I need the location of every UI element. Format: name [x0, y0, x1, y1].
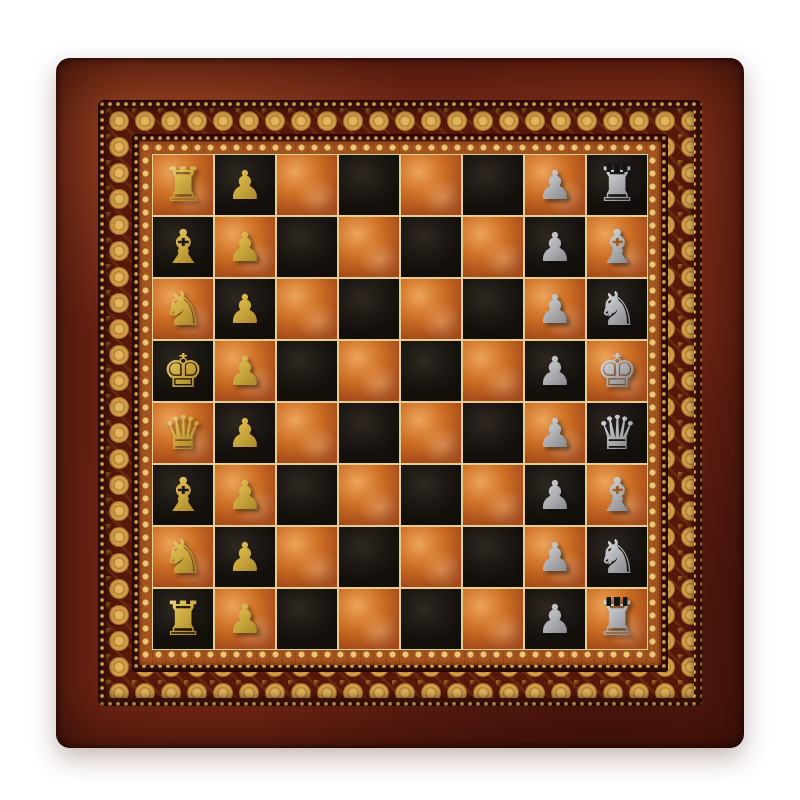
- inner-bead-border: ♜♟♟♜♝♟♟♝♞♟♟♞♚♟♟♚♛♟♟♛♝♟♟♝♞♟♟♞♜♟♟♜: [132, 134, 668, 672]
- square-c2[interactable]: ♟: [215, 279, 275, 339]
- square-e1[interactable]: ♛: [153, 403, 213, 463]
- square-b5[interactable]: [401, 217, 461, 277]
- white-pawn[interactable]: ♟: [215, 527, 275, 587]
- white-knight[interactable]: ♞: [153, 279, 213, 339]
- square-g2[interactable]: ♟: [215, 527, 275, 587]
- white-pawn[interactable]: ♟: [215, 279, 275, 339]
- white-king[interactable]: ♚: [153, 341, 213, 401]
- square-c1[interactable]: ♞: [153, 279, 213, 339]
- gold-stamp-border: ♜♟♟♜♝♟♟♝♞♟♟♞♚♟♟♚♛♟♟♛♝♟♟♝♞♟♟♞♜♟♟♜: [139, 141, 661, 665]
- white-bishop[interactable]: ♝: [153, 217, 213, 277]
- square-f5[interactable]: [401, 465, 461, 525]
- square-a8[interactable]: ♜: [587, 155, 647, 215]
- black-knight[interactable]: ♞: [587, 527, 647, 587]
- square-d7[interactable]: ♟: [525, 341, 585, 401]
- black-rook[interactable]: ♜: [587, 589, 647, 649]
- square-b2[interactable]: ♟: [215, 217, 275, 277]
- square-b4[interactable]: [339, 217, 399, 277]
- square-h3[interactable]: [277, 589, 337, 649]
- white-rook[interactable]: ♜: [153, 155, 213, 215]
- square-g4[interactable]: [339, 527, 399, 587]
- black-rook-top: [607, 163, 628, 172]
- square-a7[interactable]: ♟: [525, 155, 585, 215]
- square-e3[interactable]: [277, 403, 337, 463]
- square-f4[interactable]: [339, 465, 399, 525]
- square-a2[interactable]: ♟: [215, 155, 275, 215]
- square-c5[interactable]: [401, 279, 461, 339]
- square-a6[interactable]: [463, 155, 523, 215]
- square-b8[interactable]: ♝: [587, 217, 647, 277]
- black-pawn[interactable]: ♟: [525, 589, 585, 649]
- square-f1[interactable]: ♝: [153, 465, 213, 525]
- black-rook[interactable]: ♜: [587, 155, 647, 215]
- square-h2[interactable]: ♟: [215, 589, 275, 649]
- square-b6[interactable]: [463, 217, 523, 277]
- square-d3[interactable]: [277, 341, 337, 401]
- square-a4[interactable]: [339, 155, 399, 215]
- square-a3[interactable]: [277, 155, 337, 215]
- square-d8[interactable]: ♚: [587, 341, 647, 401]
- square-h4[interactable]: [339, 589, 399, 649]
- black-king[interactable]: ♚: [587, 341, 647, 401]
- square-f2[interactable]: ♟: [215, 465, 275, 525]
- square-g3[interactable]: [277, 527, 337, 587]
- black-bishop[interactable]: ♝: [587, 217, 647, 277]
- square-e4[interactable]: [339, 403, 399, 463]
- square-a1[interactable]: ♜: [153, 155, 213, 215]
- white-pawn[interactable]: ♟: [215, 341, 275, 401]
- square-d2[interactable]: ♟: [215, 341, 275, 401]
- square-g1[interactable]: ♞: [153, 527, 213, 587]
- square-f3[interactable]: [277, 465, 337, 525]
- square-g8[interactable]: ♞: [587, 527, 647, 587]
- chess-board: ♜♟♟♜♝♟♟♝♞♟♟♞♚♟♟♚♛♟♟♛♝♟♟♝♞♟♟♞♜♟♟♜: [152, 154, 648, 650]
- square-b3[interactable]: [277, 217, 337, 277]
- black-pawn[interactable]: ♟: [525, 155, 585, 215]
- black-knight[interactable]: ♞: [587, 279, 647, 339]
- black-queen[interactable]: ♛: [587, 403, 647, 463]
- square-c6[interactable]: [463, 279, 523, 339]
- square-e6[interactable]: [463, 403, 523, 463]
- square-c7[interactable]: ♟: [525, 279, 585, 339]
- black-pawn[interactable]: ♟: [525, 403, 585, 463]
- square-f8[interactable]: ♝: [587, 465, 647, 525]
- white-bishop[interactable]: ♝: [153, 465, 213, 525]
- square-e5[interactable]: [401, 403, 461, 463]
- photo-background: ♜♟♟♜♝♟♟♝♞♟♟♞♚♟♟♚♛♟♟♛♝♟♟♝♞♟♟♞♜♟♟♜: [0, 0, 800, 800]
- square-h7[interactable]: ♟: [525, 589, 585, 649]
- square-g5[interactable]: [401, 527, 461, 587]
- black-bishop[interactable]: ♝: [587, 465, 647, 525]
- outer-stitch-border: ♜♟♟♜♝♟♟♝♞♟♟♞♚♟♟♚♛♟♟♛♝♟♟♝♞♟♟♞♜♟♟♜: [98, 100, 702, 706]
- square-b7[interactable]: ♟: [525, 217, 585, 277]
- white-pawn[interactable]: ♟: [215, 403, 275, 463]
- square-h6[interactable]: [463, 589, 523, 649]
- black-rook-top: [607, 597, 628, 606]
- square-b1[interactable]: ♝: [153, 217, 213, 277]
- square-d6[interactable]: [463, 341, 523, 401]
- square-e2[interactable]: ♟: [215, 403, 275, 463]
- square-c8[interactable]: ♞: [587, 279, 647, 339]
- black-pawn[interactable]: ♟: [525, 217, 585, 277]
- white-queen[interactable]: ♛: [153, 403, 213, 463]
- square-h5[interactable]: [401, 589, 461, 649]
- square-e7[interactable]: ♟: [525, 403, 585, 463]
- black-pawn[interactable]: ♟: [525, 341, 585, 401]
- white-pawn[interactable]: ♟: [215, 465, 275, 525]
- black-pawn[interactable]: ♟: [525, 465, 585, 525]
- square-c3[interactable]: [277, 279, 337, 339]
- white-knight[interactable]: ♞: [153, 527, 213, 587]
- white-pawn[interactable]: ♟: [215, 217, 275, 277]
- square-f6[interactable]: [463, 465, 523, 525]
- square-d1[interactable]: ♚: [153, 341, 213, 401]
- white-rook[interactable]: ♜: [153, 589, 213, 649]
- square-g7[interactable]: ♟: [525, 527, 585, 587]
- square-a5[interactable]: [401, 155, 461, 215]
- square-g6[interactable]: [463, 527, 523, 587]
- gold-scroll-border: ♜♟♟♜♝♟♟♝♞♟♟♞♚♟♟♚♛♟♟♛♝♟♟♝♞♟♟♞♜♟♟♜: [106, 108, 694, 698]
- square-h8[interactable]: ♜: [587, 589, 647, 649]
- black-pawn[interactable]: ♟: [525, 527, 585, 587]
- square-f7[interactable]: ♟: [525, 465, 585, 525]
- white-pawn[interactable]: ♟: [215, 155, 275, 215]
- black-pawn[interactable]: ♟: [525, 279, 585, 339]
- white-pawn[interactable]: ♟: [215, 589, 275, 649]
- leather-board-frame: ♜♟♟♜♝♟♟♝♞♟♟♞♚♟♟♚♛♟♟♛♝♟♟♝♞♟♟♞♜♟♟♜: [56, 58, 744, 748]
- square-h1[interactable]: ♜: [153, 589, 213, 649]
- square-d5[interactable]: [401, 341, 461, 401]
- square-c4[interactable]: [339, 279, 399, 339]
- square-d4[interactable]: [339, 341, 399, 401]
- square-e8[interactable]: ♛: [587, 403, 647, 463]
